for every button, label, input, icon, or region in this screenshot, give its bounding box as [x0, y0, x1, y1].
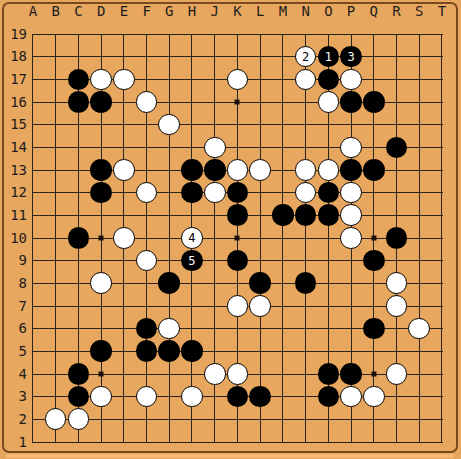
- intersection-J17[interactable]: [203, 68, 226, 91]
- intersection-F9[interactable]: [135, 249, 158, 272]
- intersection-S18[interactable]: [408, 45, 431, 68]
- intersection-T2[interactable]: [431, 408, 454, 431]
- intersection-D6[interactable]: [90, 317, 113, 340]
- intersection-O2[interactable]: [317, 408, 340, 431]
- intersection-K6[interactable]: [226, 317, 249, 340]
- intersection-O16[interactable]: [317, 91, 340, 114]
- intersection-R1[interactable]: [385, 431, 408, 454]
- intersection-N19[interactable]: [294, 23, 317, 46]
- intersection-S16[interactable]: [408, 91, 431, 114]
- intersection-P15[interactable]: [340, 113, 363, 136]
- intersection-T18[interactable]: [431, 45, 454, 68]
- intersection-O9[interactable]: [317, 249, 340, 272]
- intersection-S10[interactable]: [408, 227, 431, 250]
- intersection-C10[interactable]: [67, 227, 90, 250]
- intersection-E3[interactable]: [112, 385, 135, 408]
- intersection-R8[interactable]: [385, 272, 408, 295]
- intersection-C19[interactable]: [67, 23, 90, 46]
- intersection-C14[interactable]: [67, 136, 90, 159]
- intersection-D19[interactable]: [90, 23, 113, 46]
- intersection-B1[interactable]: [44, 431, 67, 454]
- intersection-F4[interactable]: [135, 363, 158, 386]
- intersection-A12[interactable]: [22, 181, 45, 204]
- intersection-P9[interactable]: [340, 249, 363, 272]
- intersection-P10[interactable]: [340, 227, 363, 250]
- intersection-F12[interactable]: [135, 181, 158, 204]
- intersection-Q14[interactable]: [362, 136, 385, 159]
- intersection-R10[interactable]: [385, 227, 408, 250]
- intersection-Q12[interactable]: [362, 181, 385, 204]
- intersection-T9[interactable]: [431, 249, 454, 272]
- intersection-Q4[interactable]: [362, 363, 385, 386]
- intersection-C6[interactable]: [67, 317, 90, 340]
- intersection-Q8[interactable]: [362, 272, 385, 295]
- intersection-F8[interactable]: [135, 272, 158, 295]
- intersection-D8[interactable]: [90, 272, 113, 295]
- intersection-J15[interactable]: [203, 113, 226, 136]
- intersection-R6[interactable]: [385, 317, 408, 340]
- intersection-D11[interactable]: [90, 204, 113, 227]
- intersection-C1[interactable]: [67, 431, 90, 454]
- intersection-Q1[interactable]: [362, 431, 385, 454]
- intersection-H6[interactable]: [181, 317, 204, 340]
- intersection-N1[interactable]: [294, 431, 317, 454]
- intersection-M12[interactable]: [272, 181, 295, 204]
- intersection-E8[interactable]: [112, 272, 135, 295]
- intersection-M2[interactable]: [272, 408, 295, 431]
- intersection-B19[interactable]: [44, 23, 67, 46]
- intersection-N4[interactable]: [294, 363, 317, 386]
- intersection-F18[interactable]: [135, 45, 158, 68]
- intersection-J14[interactable]: [203, 136, 226, 159]
- intersection-J4[interactable]: [203, 363, 226, 386]
- intersection-E19[interactable]: [112, 23, 135, 46]
- intersection-L13[interactable]: [249, 159, 272, 182]
- intersection-P12[interactable]: [340, 181, 363, 204]
- intersection-K16[interactable]: [226, 91, 249, 114]
- intersection-K13[interactable]: [226, 159, 249, 182]
- intersection-H7[interactable]: [181, 295, 204, 318]
- intersection-A13[interactable]: [22, 159, 45, 182]
- intersection-G12[interactable]: [158, 181, 181, 204]
- intersection-P8[interactable]: [340, 272, 363, 295]
- intersection-J12[interactable]: [203, 181, 226, 204]
- intersection-B2[interactable]: [44, 408, 67, 431]
- intersection-M13[interactable]: [272, 159, 295, 182]
- intersection-A4[interactable]: [22, 363, 45, 386]
- intersection-O3[interactable]: [317, 385, 340, 408]
- intersection-G14[interactable]: [158, 136, 181, 159]
- intersection-P11[interactable]: [340, 204, 363, 227]
- intersection-D10[interactable]: [90, 227, 113, 250]
- intersection-T14[interactable]: [431, 136, 454, 159]
- intersection-L5[interactable]: [249, 340, 272, 363]
- intersection-S11[interactable]: [408, 204, 431, 227]
- intersection-L14[interactable]: [249, 136, 272, 159]
- intersection-D14[interactable]: [90, 136, 113, 159]
- intersection-Q3[interactable]: [362, 385, 385, 408]
- intersection-F13[interactable]: [135, 159, 158, 182]
- intersection-O5[interactable]: [317, 340, 340, 363]
- intersection-E7[interactable]: [112, 295, 135, 318]
- intersection-P2[interactable]: [340, 408, 363, 431]
- intersection-B14[interactable]: [44, 136, 67, 159]
- intersection-K17[interactable]: [226, 68, 249, 91]
- intersection-S12[interactable]: [408, 181, 431, 204]
- intersection-M6[interactable]: [272, 317, 295, 340]
- intersection-N13[interactable]: [294, 159, 317, 182]
- intersection-Q6[interactable]: [362, 317, 385, 340]
- intersection-J7[interactable]: [203, 295, 226, 318]
- intersection-P18[interactable]: 3: [340, 45, 363, 68]
- intersection-S9[interactable]: [408, 249, 431, 272]
- intersection-A3[interactable]: [22, 385, 45, 408]
- intersection-Q19[interactable]: [362, 23, 385, 46]
- intersection-N15[interactable]: [294, 113, 317, 136]
- intersection-C5[interactable]: [67, 340, 90, 363]
- intersection-E15[interactable]: [112, 113, 135, 136]
- intersection-H13[interactable]: [181, 159, 204, 182]
- intersection-E9[interactable]: [112, 249, 135, 272]
- intersection-N10[interactable]: [294, 227, 317, 250]
- intersection-A18[interactable]: [22, 45, 45, 68]
- intersection-E1[interactable]: [112, 431, 135, 454]
- intersection-E10[interactable]: [112, 227, 135, 250]
- intersection-M4[interactable]: [272, 363, 295, 386]
- go-board[interactable]: 21345: [22, 23, 454, 453]
- intersection-T5[interactable]: [431, 340, 454, 363]
- intersection-Q16[interactable]: [362, 91, 385, 114]
- intersection-E12[interactable]: [112, 181, 135, 204]
- intersection-O10[interactable]: [317, 227, 340, 250]
- intersection-N12[interactable]: [294, 181, 317, 204]
- intersection-H3[interactable]: [181, 385, 204, 408]
- intersection-L8[interactable]: [249, 272, 272, 295]
- intersection-M18[interactable]: [272, 45, 295, 68]
- intersection-L1[interactable]: [249, 431, 272, 454]
- intersection-Q13[interactable]: [362, 159, 385, 182]
- intersection-R11[interactable]: [385, 204, 408, 227]
- intersection-H4[interactable]: [181, 363, 204, 386]
- intersection-B18[interactable]: [44, 45, 67, 68]
- intersection-A9[interactable]: [22, 249, 45, 272]
- intersection-P13[interactable]: [340, 159, 363, 182]
- intersection-D18[interactable]: [90, 45, 113, 68]
- intersection-D5[interactable]: [90, 340, 113, 363]
- intersection-Q11[interactable]: [362, 204, 385, 227]
- intersection-R15[interactable]: [385, 113, 408, 136]
- intersection-T11[interactable]: [431, 204, 454, 227]
- intersection-N6[interactable]: [294, 317, 317, 340]
- intersection-H2[interactable]: [181, 408, 204, 431]
- intersection-M1[interactable]: [272, 431, 295, 454]
- intersection-B5[interactable]: [44, 340, 67, 363]
- intersection-J8[interactable]: [203, 272, 226, 295]
- intersection-F10[interactable]: [135, 227, 158, 250]
- intersection-F7[interactable]: [135, 295, 158, 318]
- intersection-T16[interactable]: [431, 91, 454, 114]
- intersection-R2[interactable]: [385, 408, 408, 431]
- intersection-D12[interactable]: [90, 181, 113, 204]
- intersection-F6[interactable]: [135, 317, 158, 340]
- intersection-A19[interactable]: [22, 23, 45, 46]
- intersection-L11[interactable]: [249, 204, 272, 227]
- intersection-H17[interactable]: [181, 68, 204, 91]
- intersection-M8[interactable]: [272, 272, 295, 295]
- intersection-T15[interactable]: [431, 113, 454, 136]
- intersection-E16[interactable]: [112, 91, 135, 114]
- intersection-O4[interactable]: [317, 363, 340, 386]
- intersection-K12[interactable]: [226, 181, 249, 204]
- intersection-R5[interactable]: [385, 340, 408, 363]
- intersection-M14[interactable]: [272, 136, 295, 159]
- intersection-H15[interactable]: [181, 113, 204, 136]
- intersection-D16[interactable]: [90, 91, 113, 114]
- intersection-T6[interactable]: [431, 317, 454, 340]
- intersection-B8[interactable]: [44, 272, 67, 295]
- intersection-G18[interactable]: [158, 45, 181, 68]
- intersection-D4[interactable]: [90, 363, 113, 386]
- intersection-T13[interactable]: [431, 159, 454, 182]
- intersection-J2[interactable]: [203, 408, 226, 431]
- intersection-G17[interactable]: [158, 68, 181, 91]
- intersection-S14[interactable]: [408, 136, 431, 159]
- intersection-L7[interactable]: [249, 295, 272, 318]
- intersection-O15[interactable]: [317, 113, 340, 136]
- intersection-G1[interactable]: [158, 431, 181, 454]
- intersection-H1[interactable]: [181, 431, 204, 454]
- intersection-K10[interactable]: [226, 227, 249, 250]
- intersection-L15[interactable]: [249, 113, 272, 136]
- intersection-S2[interactable]: [408, 408, 431, 431]
- intersection-E2[interactable]: [112, 408, 135, 431]
- intersection-R17[interactable]: [385, 68, 408, 91]
- intersection-D7[interactable]: [90, 295, 113, 318]
- intersection-A16[interactable]: [22, 91, 45, 114]
- intersection-J6[interactable]: [203, 317, 226, 340]
- intersection-D15[interactable]: [90, 113, 113, 136]
- intersection-R3[interactable]: [385, 385, 408, 408]
- intersection-B9[interactable]: [44, 249, 67, 272]
- intersection-D3[interactable]: [90, 385, 113, 408]
- intersection-K14[interactable]: [226, 136, 249, 159]
- intersection-A17[interactable]: [22, 68, 45, 91]
- intersection-O13[interactable]: [317, 159, 340, 182]
- intersection-K18[interactable]: [226, 45, 249, 68]
- intersection-K2[interactable]: [226, 408, 249, 431]
- intersection-Q15[interactable]: [362, 113, 385, 136]
- intersection-D17[interactable]: [90, 68, 113, 91]
- intersection-J13[interactable]: [203, 159, 226, 182]
- intersection-C11[interactable]: [67, 204, 90, 227]
- intersection-R9[interactable]: [385, 249, 408, 272]
- intersection-D2[interactable]: [90, 408, 113, 431]
- intersection-F1[interactable]: [135, 431, 158, 454]
- intersection-Q17[interactable]: [362, 68, 385, 91]
- intersection-O14[interactable]: [317, 136, 340, 159]
- intersection-K11[interactable]: [226, 204, 249, 227]
- intersection-C9[interactable]: [67, 249, 90, 272]
- intersection-F16[interactable]: [135, 91, 158, 114]
- intersection-N18[interactable]: 2: [294, 45, 317, 68]
- intersection-J16[interactable]: [203, 91, 226, 114]
- intersection-F5[interactable]: [135, 340, 158, 363]
- intersection-A2[interactable]: [22, 408, 45, 431]
- intersection-N5[interactable]: [294, 340, 317, 363]
- intersection-S3[interactable]: [408, 385, 431, 408]
- intersection-A14[interactable]: [22, 136, 45, 159]
- intersection-T4[interactable]: [431, 363, 454, 386]
- intersection-H8[interactable]: [181, 272, 204, 295]
- intersection-C15[interactable]: [67, 113, 90, 136]
- intersection-C8[interactable]: [67, 272, 90, 295]
- intersection-L12[interactable]: [249, 181, 272, 204]
- intersection-O6[interactable]: [317, 317, 340, 340]
- intersection-M7[interactable]: [272, 295, 295, 318]
- intersection-F11[interactable]: [135, 204, 158, 227]
- intersection-H16[interactable]: [181, 91, 204, 114]
- intersection-S15[interactable]: [408, 113, 431, 136]
- intersection-O8[interactable]: [317, 272, 340, 295]
- intersection-C7[interactable]: [67, 295, 90, 318]
- intersection-C17[interactable]: [67, 68, 90, 91]
- intersection-K3[interactable]: [226, 385, 249, 408]
- intersection-L9[interactable]: [249, 249, 272, 272]
- intersection-C12[interactable]: [67, 181, 90, 204]
- intersection-N7[interactable]: [294, 295, 317, 318]
- intersection-A7[interactable]: [22, 295, 45, 318]
- intersection-K9[interactable]: [226, 249, 249, 272]
- intersection-B17[interactable]: [44, 68, 67, 91]
- intersection-M5[interactable]: [272, 340, 295, 363]
- intersection-E18[interactable]: [112, 45, 135, 68]
- intersection-L10[interactable]: [249, 227, 272, 250]
- intersection-S1[interactable]: [408, 431, 431, 454]
- intersection-H5[interactable]: [181, 340, 204, 363]
- intersection-P3[interactable]: [340, 385, 363, 408]
- intersection-G6[interactable]: [158, 317, 181, 340]
- intersection-G13[interactable]: [158, 159, 181, 182]
- intersection-F2[interactable]: [135, 408, 158, 431]
- intersection-K19[interactable]: [226, 23, 249, 46]
- intersection-P14[interactable]: [340, 136, 363, 159]
- intersection-S17[interactable]: [408, 68, 431, 91]
- intersection-O18[interactable]: 1: [317, 45, 340, 68]
- intersection-E14[interactable]: [112, 136, 135, 159]
- intersection-O17[interactable]: [317, 68, 340, 91]
- intersection-E4[interactable]: [112, 363, 135, 386]
- intersection-D13[interactable]: [90, 159, 113, 182]
- intersection-E5[interactable]: [112, 340, 135, 363]
- intersection-D1[interactable]: [90, 431, 113, 454]
- intersection-G10[interactable]: [158, 227, 181, 250]
- intersection-H18[interactable]: [181, 45, 204, 68]
- intersection-R12[interactable]: [385, 181, 408, 204]
- intersection-H11[interactable]: [181, 204, 204, 227]
- intersection-S4[interactable]: [408, 363, 431, 386]
- intersection-B6[interactable]: [44, 317, 67, 340]
- intersection-H12[interactable]: [181, 181, 204, 204]
- intersection-O1[interactable]: [317, 431, 340, 454]
- intersection-S13[interactable]: [408, 159, 431, 182]
- intersection-F15[interactable]: [135, 113, 158, 136]
- intersection-B12[interactable]: [44, 181, 67, 204]
- intersection-P4[interactable]: [340, 363, 363, 386]
- intersection-L6[interactable]: [249, 317, 272, 340]
- intersection-L19[interactable]: [249, 23, 272, 46]
- intersection-T8[interactable]: [431, 272, 454, 295]
- intersection-G4[interactable]: [158, 363, 181, 386]
- intersection-S19[interactable]: [408, 23, 431, 46]
- intersection-J10[interactable]: [203, 227, 226, 250]
- intersection-M11[interactable]: [272, 204, 295, 227]
- intersection-C13[interactable]: [67, 159, 90, 182]
- intersection-Q7[interactable]: [362, 295, 385, 318]
- intersection-G2[interactable]: [158, 408, 181, 431]
- intersection-A15[interactable]: [22, 113, 45, 136]
- intersection-B4[interactable]: [44, 363, 67, 386]
- intersection-L3[interactable]: [249, 385, 272, 408]
- intersection-F14[interactable]: [135, 136, 158, 159]
- intersection-O12[interactable]: [317, 181, 340, 204]
- intersection-R4[interactable]: [385, 363, 408, 386]
- intersection-Q9[interactable]: [362, 249, 385, 272]
- intersection-C18[interactable]: [67, 45, 90, 68]
- intersection-M19[interactable]: [272, 23, 295, 46]
- intersection-K7[interactable]: [226, 295, 249, 318]
- intersection-A8[interactable]: [22, 272, 45, 295]
- intersection-K8[interactable]: [226, 272, 249, 295]
- intersection-N16[interactable]: [294, 91, 317, 114]
- intersection-H10[interactable]: 4: [181, 227, 204, 250]
- intersection-G5[interactable]: [158, 340, 181, 363]
- intersection-E17[interactable]: [112, 68, 135, 91]
- intersection-B11[interactable]: [44, 204, 67, 227]
- intersection-S8[interactable]: [408, 272, 431, 295]
- intersection-M3[interactable]: [272, 385, 295, 408]
- intersection-F17[interactable]: [135, 68, 158, 91]
- intersection-P1[interactable]: [340, 431, 363, 454]
- intersection-K15[interactable]: [226, 113, 249, 136]
- intersection-F19[interactable]: [135, 23, 158, 46]
- intersection-P17[interactable]: [340, 68, 363, 91]
- intersection-M10[interactable]: [272, 227, 295, 250]
- intersection-S7[interactable]: [408, 295, 431, 318]
- intersection-C3[interactable]: [67, 385, 90, 408]
- intersection-B16[interactable]: [44, 91, 67, 114]
- intersection-G8[interactable]: [158, 272, 181, 295]
- intersection-J19[interactable]: [203, 23, 226, 46]
- intersection-N14[interactable]: [294, 136, 317, 159]
- intersection-R14[interactable]: [385, 136, 408, 159]
- intersection-G9[interactable]: [158, 249, 181, 272]
- intersection-F3[interactable]: [135, 385, 158, 408]
- intersection-N2[interactable]: [294, 408, 317, 431]
- intersection-R7[interactable]: [385, 295, 408, 318]
- intersection-N17[interactable]: [294, 68, 317, 91]
- intersection-K5[interactable]: [226, 340, 249, 363]
- intersection-G11[interactable]: [158, 204, 181, 227]
- intersection-T1[interactable]: [431, 431, 454, 454]
- intersection-T19[interactable]: [431, 23, 454, 46]
- intersection-P19[interactable]: [340, 23, 363, 46]
- intersection-L18[interactable]: [249, 45, 272, 68]
- intersection-H14[interactable]: [181, 136, 204, 159]
- intersection-O11[interactable]: [317, 204, 340, 227]
- intersection-O7[interactable]: [317, 295, 340, 318]
- intersection-N9[interactable]: [294, 249, 317, 272]
- intersection-M16[interactable]: [272, 91, 295, 114]
